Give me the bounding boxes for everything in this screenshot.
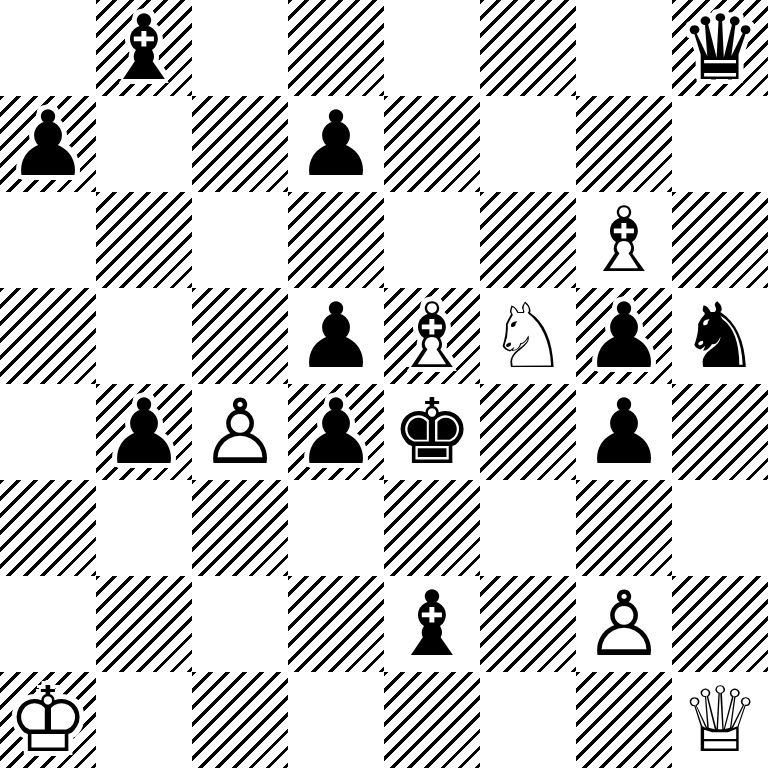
piece-white-knight[interactable]: ♞♘ [480, 288, 576, 384]
square-d3[interactable] [288, 480, 384, 576]
square-d4[interactable]: ♟♟ [288, 384, 384, 480]
square-c3[interactable] [192, 480, 288, 576]
chess-board: ♝♝♛♛♟♟♟♟♝♗♟♟♝♗♞♘♟♟♞♞♟♟♟♙♟♟♚♚♟♟♝♝♟♙♚♔♛♕ [0, 0, 768, 768]
square-e8[interactable] [384, 0, 480, 96]
white-pawn-glyph: ♙ [576, 576, 672, 672]
square-g5[interactable]: ♟♟ [576, 288, 672, 384]
white-pawn-glyph: ♙ [192, 384, 288, 480]
square-h3[interactable] [672, 480, 768, 576]
piece-black-pawn[interactable]: ♟♟ [96, 384, 192, 480]
black-pawn-glyph: ♟ [0, 96, 96, 192]
white-bishop-glyph: ♗ [576, 192, 672, 288]
square-f3[interactable] [480, 480, 576, 576]
piece-white-queen[interactable]: ♛♕ [672, 672, 768, 768]
square-a5[interactable] [0, 288, 96, 384]
piece-black-queen[interactable]: ♛♛ [672, 0, 768, 96]
square-h7[interactable] [672, 96, 768, 192]
square-b7[interactable] [96, 96, 192, 192]
square-b4[interactable]: ♟♟ [96, 384, 192, 480]
white-bishop-glyph: ♗ [384, 288, 480, 384]
square-b1[interactable] [96, 672, 192, 768]
piece-black-pawn[interactable]: ♟♟ [288, 96, 384, 192]
square-b5[interactable] [96, 288, 192, 384]
square-h2[interactable] [672, 576, 768, 672]
square-f7[interactable] [480, 96, 576, 192]
square-f6[interactable] [480, 192, 576, 288]
square-d6[interactable] [288, 192, 384, 288]
piece-black-pawn[interactable]: ♟♟ [288, 288, 384, 384]
square-g8[interactable] [576, 0, 672, 96]
square-b6[interactable] [96, 192, 192, 288]
square-e5[interactable]: ♝♗ [384, 288, 480, 384]
piece-black-pawn[interactable]: ♟♟ [0, 96, 96, 192]
black-bishop-glyph: ♝ [384, 576, 480, 672]
piece-black-king[interactable]: ♚♚ [384, 384, 480, 480]
piece-white-pawn[interactable]: ♟♙ [576, 576, 672, 672]
square-e2[interactable]: ♝♝ [384, 576, 480, 672]
square-g6[interactable]: ♝♗ [576, 192, 672, 288]
square-h1[interactable]: ♛♕ [672, 672, 768, 768]
square-c4[interactable]: ♟♙ [192, 384, 288, 480]
square-h5[interactable]: ♞♞ [672, 288, 768, 384]
piece-black-bishop[interactable]: ♝♝ [96, 0, 192, 96]
black-queen-glyph: ♛ [672, 0, 768, 96]
black-king-glyph: ♚ [384, 384, 480, 480]
square-e4[interactable]: ♚♚ [384, 384, 480, 480]
square-e1[interactable] [384, 672, 480, 768]
square-a2[interactable] [0, 576, 96, 672]
piece-black-pawn[interactable]: ♟♟ [576, 288, 672, 384]
square-f1[interactable] [480, 672, 576, 768]
piece-black-pawn[interactable]: ♟♟ [288, 384, 384, 480]
square-a4[interactable] [0, 384, 96, 480]
square-b3[interactable] [96, 480, 192, 576]
black-pawn-glyph: ♟ [96, 384, 192, 480]
square-a3[interactable] [0, 480, 96, 576]
square-f8[interactable] [480, 0, 576, 96]
black-knight-glyph: ♞ [672, 288, 768, 384]
piece-white-bishop[interactable]: ♝♗ [384, 288, 480, 384]
square-g4[interactable]: ♟♟ [576, 384, 672, 480]
square-g7[interactable] [576, 96, 672, 192]
square-d7[interactable]: ♟♟ [288, 96, 384, 192]
square-a8[interactable] [0, 0, 96, 96]
square-c7[interactable] [192, 96, 288, 192]
square-d8[interactable] [288, 0, 384, 96]
black-pawn-glyph: ♟ [288, 288, 384, 384]
square-b8[interactable]: ♝♝ [96, 0, 192, 96]
square-h8[interactable]: ♛♛ [672, 0, 768, 96]
square-e3[interactable] [384, 480, 480, 576]
white-queen-glyph: ♕ [672, 672, 768, 768]
black-pawn-glyph: ♟ [288, 384, 384, 480]
square-c1[interactable] [192, 672, 288, 768]
piece-black-knight[interactable]: ♞♞ [672, 288, 768, 384]
square-d2[interactable] [288, 576, 384, 672]
piece-white-king[interactable]: ♚♔ [0, 672, 96, 768]
piece-white-bishop[interactable]: ♝♗ [576, 192, 672, 288]
square-h4[interactable] [672, 384, 768, 480]
square-g3[interactable] [576, 480, 672, 576]
square-c6[interactable] [192, 192, 288, 288]
square-d5[interactable]: ♟♟ [288, 288, 384, 384]
square-f4[interactable] [480, 384, 576, 480]
square-f2[interactable] [480, 576, 576, 672]
white-king-glyph: ♔ [0, 672, 96, 768]
black-pawn-glyph: ♟ [576, 384, 672, 480]
square-h6[interactable] [672, 192, 768, 288]
square-d1[interactable] [288, 672, 384, 768]
square-e7[interactable] [384, 96, 480, 192]
square-e6[interactable] [384, 192, 480, 288]
square-c2[interactable] [192, 576, 288, 672]
square-c5[interactable] [192, 288, 288, 384]
piece-black-pawn[interactable]: ♟♟ [576, 384, 672, 480]
black-pawn-glyph: ♟ [576, 288, 672, 384]
square-a1[interactable]: ♚♔ [0, 672, 96, 768]
square-a6[interactable] [0, 192, 96, 288]
square-f5[interactable]: ♞♘ [480, 288, 576, 384]
piece-white-pawn[interactable]: ♟♙ [192, 384, 288, 480]
square-a7[interactable]: ♟♟ [0, 96, 96, 192]
square-c8[interactable] [192, 0, 288, 96]
black-pawn-glyph: ♟ [288, 96, 384, 192]
white-knight-glyph: ♘ [480, 288, 576, 384]
square-g1[interactable] [576, 672, 672, 768]
piece-black-bishop[interactable]: ♝♝ [384, 576, 480, 672]
square-b2[interactable] [96, 576, 192, 672]
square-g2[interactable]: ♟♙ [576, 576, 672, 672]
black-bishop-glyph: ♝ [96, 0, 192, 96]
